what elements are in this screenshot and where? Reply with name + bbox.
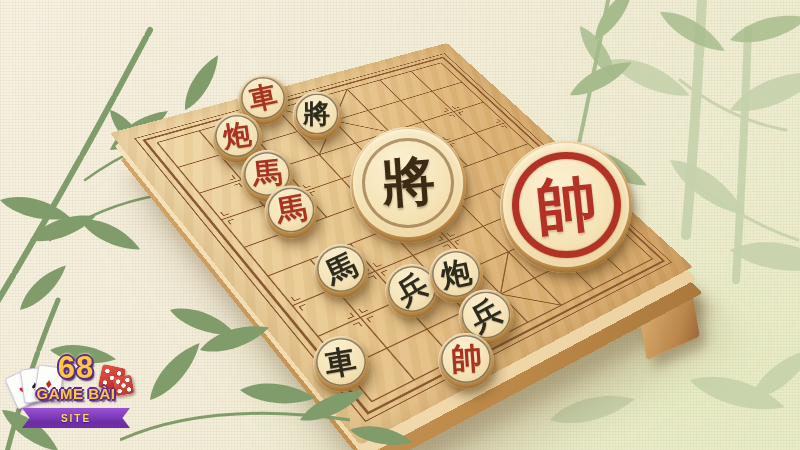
- piece-character: 將: [380, 155, 437, 212]
- piece-face: 將: [353, 129, 463, 237]
- piece-face: 炮: [432, 251, 480, 297]
- piece-red-marshal-small[interactable]: 帥: [438, 333, 494, 389]
- piece-character: 兵: [465, 294, 507, 336]
- piece-red-horse-2[interactable]: 馬: [265, 185, 318, 238]
- logo-badge[interactable]: ♥♠♦ 68 GAME BÀI SITE: [8, 354, 144, 446]
- piece-character: 帥: [450, 342, 483, 375]
- piece-face: 帥: [441, 335, 491, 383]
- piece-face: 兵: [462, 291, 511, 338]
- piece-black-general-large[interactable]: 將: [350, 127, 466, 243]
- piece-face: 馬: [317, 246, 365, 292]
- logo-title: GAME BÀI: [8, 385, 144, 402]
- piece-character: 炮: [221, 120, 253, 152]
- piece-character: 馬: [274, 193, 309, 228]
- piece-black-chariot[interactable]: 車: [313, 336, 369, 392]
- piece-face: 車: [241, 77, 285, 119]
- piece-face: 炮: [215, 115, 259, 157]
- piece-character: 馬: [251, 158, 283, 190]
- logo-number: 68: [8, 350, 144, 386]
- piece-face: 車: [316, 338, 366, 386]
- piece-character: 兵: [392, 269, 433, 310]
- piece-character: 車: [323, 344, 359, 380]
- piece-character: 帥: [533, 171, 600, 238]
- piece-black-general-small[interactable]: 將: [292, 92, 341, 141]
- piece-face: 馬: [268, 187, 315, 232]
- piece-character: 馬: [321, 249, 361, 289]
- piece-red-marshal-large[interactable]: 帥: [500, 141, 632, 273]
- promo-scene: 車將炮馬馬將帥馬兵炮兵車帥 ♥♠♦ 68 GAME BÀI SITE: [0, 0, 800, 450]
- piece-face: 帥: [503, 143, 629, 267]
- piece-character: 炮: [438, 256, 474, 292]
- piece-character: 將: [303, 101, 330, 128]
- piece-character: 車: [247, 81, 280, 114]
- piece-face: 將: [295, 94, 338, 135]
- logo-ribbon-label: SITE: [61, 413, 91, 424]
- piece-black-horse[interactable]: 馬: [314, 244, 368, 298]
- logo-ribbon: SITE: [22, 408, 130, 428]
